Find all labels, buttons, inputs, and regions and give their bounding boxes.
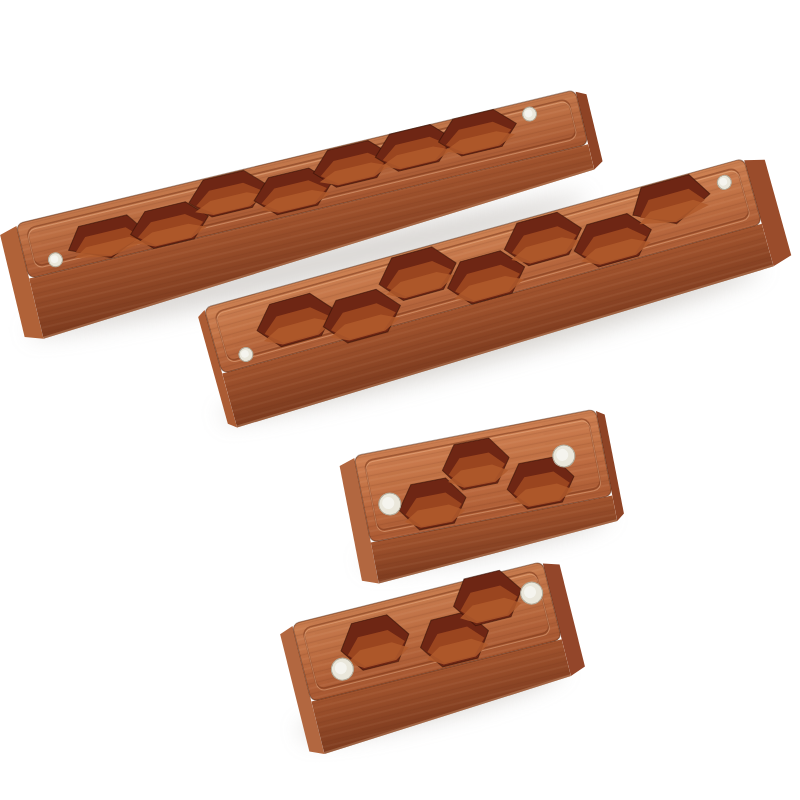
product-photo-scene [0,0,800,800]
small-tray-bottom [248,533,625,800]
